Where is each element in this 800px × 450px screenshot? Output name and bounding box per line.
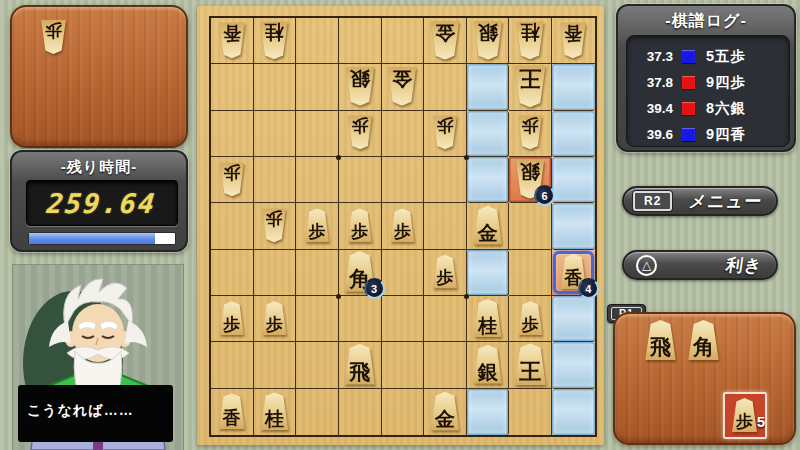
hand-cursor[interactable]: 歩 5 xyxy=(723,392,767,439)
board-cell-4-5[interactable] xyxy=(382,157,425,203)
log-panel: -棋譜ログ- 37.35五歩37.89四歩39.48六銀39.69四香 xyxy=(616,4,796,152)
board-cell-3-1[interactable] xyxy=(211,111,254,157)
piece-wrap: 歩 xyxy=(347,116,373,150)
board-cell-5-9[interactable] xyxy=(552,203,595,249)
piece-歩-sente[interactable]: 歩 xyxy=(261,301,287,335)
piece-歩-sente[interactable]: 歩 xyxy=(304,208,330,242)
piece-wrap: 歩 xyxy=(432,255,458,289)
blue-player-marker xyxy=(682,50,695,63)
log-move: 5五歩 xyxy=(706,47,746,66)
piece-歩-sente[interactable]: 歩 xyxy=(517,301,543,335)
sente-hand-piece-bishop[interactable]: 角 xyxy=(687,320,720,360)
piece-桂-sente[interactable]: 桂 xyxy=(259,392,289,430)
shogi-board: 香桂金銀桂香銀金王歩歩歩歩銀6歩歩歩歩金角3歩香4歩歩桂歩飛銀王香桂金 xyxy=(197,6,604,445)
kiki-button-label: 利き xyxy=(724,254,764,277)
piece-王-gote[interactable]: 王 xyxy=(513,65,547,107)
log-entry: 39.69四香 xyxy=(637,121,779,147)
piece-wrap: 香 xyxy=(559,22,587,58)
board-cell-3-6[interactable]: 歩 xyxy=(424,111,467,157)
piece-wrap: 王 xyxy=(513,343,547,385)
board-cell-1-4[interactable] xyxy=(339,18,382,64)
piece-wrap: 歩 xyxy=(389,208,415,242)
sente-captured-tray: 飛 角 歩 5 xyxy=(613,312,796,445)
log-title: -棋譜ログ- xyxy=(618,11,794,32)
piece-金-sente[interactable]: 金 xyxy=(430,392,461,431)
dialogue-box: こうなれば…… xyxy=(18,385,173,442)
piece-wrap: 桂 xyxy=(473,299,503,337)
log-time: 39.4 xyxy=(637,101,673,116)
board-cell-4-3[interactable] xyxy=(296,157,339,203)
board-cell-6-1[interactable] xyxy=(211,250,254,296)
sente-hand-piece-pawn[interactable]: 歩 xyxy=(731,398,758,432)
timer-progress-bar xyxy=(28,232,176,245)
log-entry: 37.35五歩 xyxy=(637,43,779,69)
board-cell-7-3[interactable] xyxy=(296,296,339,342)
board-cell-2-1[interactable] xyxy=(211,64,254,110)
timer-value: 259.64 xyxy=(46,188,159,219)
board-cell-6-4[interactable]: 角3 xyxy=(339,250,382,296)
board-cell-1-5[interactable] xyxy=(382,18,425,64)
piece-銀-gote[interactable]: 銀 xyxy=(344,67,375,106)
board-cell-8-8[interactable]: 王 xyxy=(509,342,552,388)
log-move: 8六銀 xyxy=(706,99,746,118)
log-move: 9四歩 xyxy=(706,73,746,92)
board-cell-3-3[interactable] xyxy=(296,111,339,157)
game-screen: 歩 -残り時間- 259.64 xyxy=(0,0,800,450)
piece-wrap: 歩 xyxy=(304,208,330,242)
board-cell-8-5[interactable] xyxy=(382,342,425,388)
board-cell-7-2[interactable]: 歩 xyxy=(254,296,297,342)
r2-key-icon: R2 xyxy=(633,191,672,211)
piece-香-gote[interactable]: 香 xyxy=(559,22,587,58)
piece-桂-gote[interactable]: 桂 xyxy=(259,21,289,59)
board-cell-6-5[interactable] xyxy=(382,250,425,296)
piece-wrap: 歩 xyxy=(517,301,543,335)
piece-金-gote[interactable]: 金 xyxy=(387,67,418,106)
board-cell-5-7[interactable]: 金 xyxy=(467,203,510,249)
piece-王-sente[interactable]: 王 xyxy=(513,343,547,385)
piece-歩-sente[interactable]: 歩 xyxy=(389,208,415,242)
board-grid: 香桂金銀桂香銀金王歩歩歩歩銀6歩歩歩歩金角3歩香4歩歩桂歩飛銀王香桂金 xyxy=(209,16,597,437)
board-cell-9-1[interactable]: 香 xyxy=(211,389,254,435)
board-cell-4-2[interactable] xyxy=(254,157,297,203)
board-cell-6-2[interactable] xyxy=(254,250,297,296)
piece-wrap: 歩 xyxy=(219,301,245,335)
board-cell-7-7[interactable]: 桂 xyxy=(467,296,510,342)
piece-歩-gote[interactable]: 歩 xyxy=(261,208,287,242)
board-cell-3-9[interactable] xyxy=(552,111,595,157)
board-cell-7-9[interactable] xyxy=(552,296,595,342)
captured-piece-wrap: 歩 xyxy=(40,20,67,54)
piece-wrap: 飛 xyxy=(343,344,376,385)
red-player-marker xyxy=(682,102,695,115)
piece-桂-sente[interactable]: 桂 xyxy=(473,299,503,337)
board-cell-6-6[interactable]: 歩 xyxy=(424,250,467,296)
captured-piece-wrap: 飛 xyxy=(644,320,677,360)
log-time: 39.6 xyxy=(637,127,673,142)
board-cell-3-2[interactable] xyxy=(254,111,297,157)
board-cell-1-8[interactable]: 桂 xyxy=(509,18,552,64)
board-cell-4-6[interactable] xyxy=(424,157,467,203)
gote-hand-piece-pawn[interactable]: 歩 xyxy=(40,20,67,54)
board-cell-2-4[interactable]: 銀 xyxy=(339,64,382,110)
board-cell-6-8[interactable] xyxy=(509,250,552,296)
board-cell-2-7[interactable] xyxy=(467,64,510,110)
piece-歩-sente[interactable]: 歩 xyxy=(432,255,458,289)
menu-button[interactable]: R2 メニュー xyxy=(622,186,778,216)
piece-歩-sente[interactable]: 歩 xyxy=(347,208,373,242)
piece-歩-gote[interactable]: 歩 xyxy=(347,116,373,150)
piece-wrap: 桂 xyxy=(259,392,289,430)
kiki-button[interactable]: △ 利き xyxy=(622,250,778,280)
board-cell-1-3[interactable] xyxy=(296,18,339,64)
piece-wrap: 香 xyxy=(218,22,246,58)
board-cell-7-8[interactable]: 歩 xyxy=(509,296,552,342)
timer-screen: 259.64 xyxy=(26,180,178,226)
board-cell-9-9[interactable] xyxy=(552,389,595,435)
board-cell-2-5[interactable]: 金 xyxy=(382,64,425,110)
log-move: 9四香 xyxy=(706,125,746,144)
piece-wrap: 歩 xyxy=(517,116,543,150)
piece-wrap: 金 xyxy=(430,392,461,431)
captured-piece-wrap: 歩 xyxy=(731,398,758,432)
board-cell-7-5[interactable] xyxy=(382,296,425,342)
piece-wrap: 王 xyxy=(513,65,547,107)
board-cell-3-4[interactable]: 歩 xyxy=(339,111,382,157)
piece-香-gote[interactable]: 香 xyxy=(218,22,246,58)
piece-wrap: 桂 xyxy=(259,21,289,59)
piece-wrap: 金 xyxy=(387,67,418,106)
piece-銀-sente[interactable]: 銀 xyxy=(472,345,503,384)
log-entry: 37.89四歩 xyxy=(637,69,779,95)
board-cell-4-8[interactable]: 銀6 xyxy=(509,157,552,203)
board-cell-9-5[interactable] xyxy=(382,389,425,435)
triangle-button-icon: △ xyxy=(636,255,657,276)
piece-飛-sente[interactable]: 飛 xyxy=(343,344,376,385)
board-cell-7-1[interactable]: 歩 xyxy=(211,296,254,342)
timer-panel: -残り時間- 259.64 xyxy=(10,150,188,252)
sente-hand-piece-rook[interactable]: 飛 xyxy=(644,320,677,360)
order-badge: 3 xyxy=(364,278,385,299)
piece-金-sente[interactable]: 金 xyxy=(472,206,503,245)
board-cell-2-8[interactable]: 王 xyxy=(509,64,552,110)
board-cell-2-3[interactable] xyxy=(296,64,339,110)
board-cell-5-4[interactable]: 歩 xyxy=(339,203,382,249)
menu-button-label: メニュー xyxy=(687,190,763,213)
log-time: 37.3 xyxy=(637,49,673,64)
dialogue-text: こうなれば…… xyxy=(27,402,134,418)
board-cell-8-4[interactable]: 飛 xyxy=(339,342,382,388)
board-cell-1-9[interactable]: 香 xyxy=(552,18,595,64)
piece-歩-gote[interactable]: 歩 xyxy=(432,116,458,150)
board-cell-7-4[interactable] xyxy=(339,296,382,342)
piece-wrap: 歩 xyxy=(219,162,245,196)
piece-wrap: 香 xyxy=(218,393,246,429)
board-cell-3-8[interactable]: 歩 xyxy=(509,111,552,157)
captured-piece-wrap: 角 xyxy=(687,320,720,360)
piece-wrap: 歩 xyxy=(261,301,287,335)
board-cell-1-7[interactable]: 銀 xyxy=(467,18,510,64)
board-cell-5-2[interactable]: 歩 xyxy=(254,203,297,249)
board-cell-6-7[interactable] xyxy=(467,250,510,296)
piece-wrap: 金 xyxy=(472,206,503,245)
board-cell-9-2[interactable]: 桂 xyxy=(254,389,297,435)
board-cell-2-6[interactable] xyxy=(424,64,467,110)
order-badge: 4 xyxy=(578,278,599,299)
board-cell-5-5[interactable]: 歩 xyxy=(382,203,425,249)
piece-桂-gote[interactable]: 桂 xyxy=(515,21,545,59)
board-cell-8-7[interactable]: 銀 xyxy=(467,342,510,388)
board-cell-1-6[interactable]: 金 xyxy=(424,18,467,64)
board-cell-3-5[interactable] xyxy=(382,111,425,157)
piece-wrap: 銀 xyxy=(472,345,503,384)
board-cell-8-2[interactable] xyxy=(254,342,297,388)
board-cell-5-8[interactable] xyxy=(509,203,552,249)
board-cell-5-6[interactable] xyxy=(424,203,467,249)
board-cell-3-7[interactable] xyxy=(467,111,510,157)
board-cell-4-1[interactable]: 歩 xyxy=(211,157,254,203)
piece-wrap: 銀 xyxy=(344,67,375,106)
opponent-portrait: こうなれば…… xyxy=(13,265,183,450)
board-cell-8-1[interactable] xyxy=(211,342,254,388)
board-cell-2-2[interactable] xyxy=(254,64,297,110)
board-cell-4-4[interactable] xyxy=(339,157,382,203)
piece-wrap: 銀 xyxy=(472,20,503,59)
piece-歩-gote[interactable]: 歩 xyxy=(517,116,543,150)
board-cell-5-3[interactable]: 歩 xyxy=(296,203,339,249)
timer-progress-fill xyxy=(29,233,155,244)
board-cell-1-1[interactable]: 香 xyxy=(211,18,254,64)
log-box: 37.35五歩37.89四歩39.48六銀39.69四香 xyxy=(626,35,790,147)
piece-wrap: 桂 xyxy=(515,21,545,59)
piece-銀-gote[interactable]: 銀 xyxy=(472,20,503,59)
piece-wrap: 歩 xyxy=(347,208,373,242)
board-cell-2-9[interactable] xyxy=(552,64,595,110)
piece-wrap: 金 xyxy=(430,20,461,59)
piece-金-gote[interactable]: 金 xyxy=(430,20,461,59)
board-cell-9-6[interactable]: 金 xyxy=(424,389,467,435)
blue-player-marker xyxy=(682,128,695,141)
piece-wrap: 歩 xyxy=(261,208,287,242)
board-cell-5-1[interactable] xyxy=(211,203,254,249)
timer-title: -残り時間- xyxy=(12,158,186,177)
board-cell-8-9[interactable] xyxy=(552,342,595,388)
piece-歩-gote[interactable]: 歩 xyxy=(219,162,245,196)
board-cell-9-3[interactable] xyxy=(296,389,339,435)
board-cell-1-2[interactable]: 桂 xyxy=(254,18,297,64)
board-cell-8-3[interactable] xyxy=(296,342,339,388)
piece-wrap: 歩 xyxy=(432,116,458,150)
board-cell-9-4[interactable] xyxy=(339,389,382,435)
board-cell-6-3[interactable] xyxy=(296,250,339,296)
piece-歩-sente[interactable]: 歩 xyxy=(219,301,245,335)
log-time: 37.8 xyxy=(637,75,673,90)
gote-captured-tray: 歩 xyxy=(10,5,188,148)
piece-香-sente[interactable]: 香 xyxy=(218,393,246,429)
board-cell-9-8[interactable] xyxy=(509,389,552,435)
board-cell-7-6[interactable] xyxy=(424,296,467,342)
board-cell-6-9[interactable]: 香4 xyxy=(552,250,595,296)
board-cell-4-7[interactable] xyxy=(467,157,510,203)
log-entry: 39.48六銀 xyxy=(637,95,779,121)
board-cell-8-6[interactable] xyxy=(424,342,467,388)
red-player-marker xyxy=(682,76,695,89)
board-cell-9-7[interactable] xyxy=(467,389,510,435)
board-cell-4-9[interactable] xyxy=(552,157,595,203)
